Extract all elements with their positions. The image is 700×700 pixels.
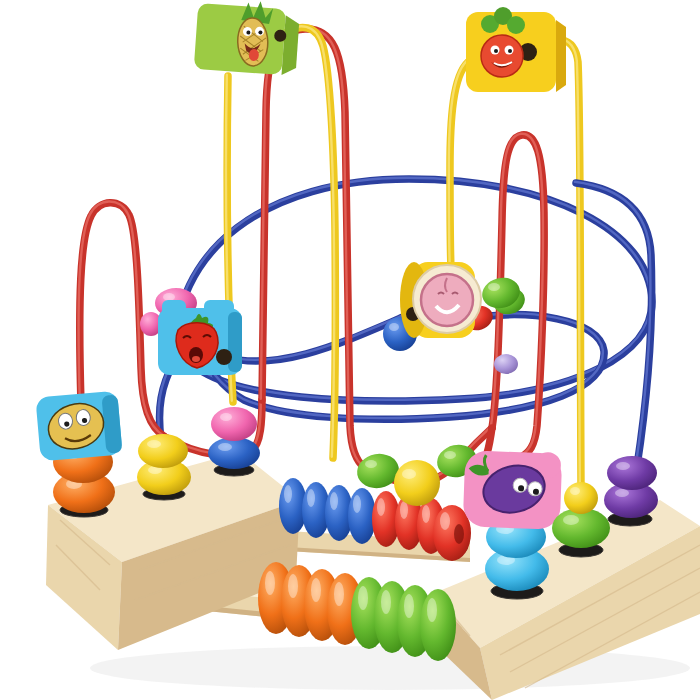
abacus-bead-blue (348, 488, 376, 544)
block-potato (35, 391, 122, 462)
wire-bead-yellow-ball (394, 460, 440, 506)
bead-maze-toy-illustration (0, 0, 700, 700)
block-peach (400, 262, 481, 338)
carrot-face (481, 7, 525, 77)
peach-face (413, 265, 481, 333)
block-eggplant (463, 449, 563, 529)
wire-hole (216, 349, 232, 365)
wire-blue-right-tail (575, 182, 652, 466)
bead-stack-purple (604, 456, 658, 526)
product-photo (0, 0, 700, 700)
wire-yellow (226, 26, 581, 484)
block-strawberry (158, 300, 242, 375)
abacus-bead-green (420, 589, 456, 661)
wire-bead-lavender (494, 354, 518, 374)
block-carrot (466, 7, 566, 92)
block-pineapple (194, 0, 301, 76)
